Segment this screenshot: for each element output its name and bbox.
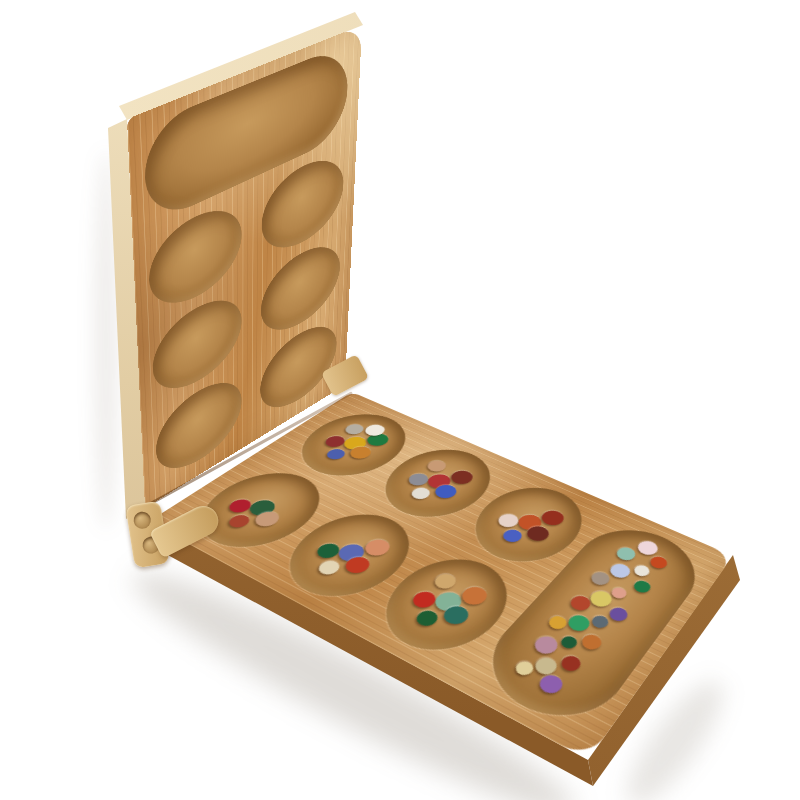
- hinge-pin: [132, 510, 151, 529]
- ground-shadow: [94, 150, 118, 530]
- stone: ●: [585, 585, 620, 611]
- stone: ●: [407, 483, 437, 502]
- stone: ●: [430, 479, 466, 502]
- stone: ●: [577, 628, 609, 653]
- stone: ●: [340, 420, 370, 437]
- stone: ●: [311, 537, 348, 562]
- stone: ●: [529, 629, 567, 658]
- stone: ●: [244, 493, 287, 519]
- stone: ●: [455, 579, 497, 609]
- stone: ●: [493, 509, 526, 531]
- stone: ●: [631, 560, 655, 578]
- stone: ●: [605, 558, 637, 582]
- stone: ●: [407, 585, 445, 612]
- stone: ●: [322, 444, 352, 462]
- stone: ●: [608, 584, 632, 602]
- stone: ●: [633, 535, 665, 558]
- flap-left-edge-face: [0, 0, 800, 800]
- stone: ●: [361, 428, 397, 449]
- stone: ●: [586, 567, 616, 589]
- stone: ●: [313, 555, 348, 578]
- stone: ●: [605, 602, 634, 625]
- stone: ●: [588, 610, 614, 631]
- stone: ●: [563, 609, 598, 636]
- stone: ●: [445, 465, 481, 488]
- stone: ●: [429, 583, 473, 615]
- stone: ●: [498, 524, 529, 545]
- stone: ●: [332, 536, 375, 565]
- stone: ●: [360, 420, 393, 439]
- stone: ●: [345, 441, 380, 462]
- flat-board-near-edge-face: [0, 0, 800, 800]
- stone: ●: [530, 651, 565, 679]
- stone: ●: [339, 550, 380, 577]
- stone: ●: [521, 520, 557, 545]
- stone: ●: [411, 604, 446, 630]
- stone: ●: [646, 551, 673, 571]
- stone: ●: [320, 431, 353, 450]
- stone: ●: [422, 468, 460, 492]
- stone: ●: [511, 656, 540, 679]
- product-photo-scene: ●●●●●●● ●●●●●● ●●●●● ●●●●●●●●●●●●●●●●●●●…: [0, 0, 800, 800]
- stone: ●: [403, 468, 436, 488]
- stone: ●: [339, 431, 377, 453]
- stone: ●: [422, 456, 453, 475]
- stone: ●: [566, 590, 598, 614]
- stone: ●: [557, 649, 588, 674]
- stone: ●: [224, 510, 258, 531]
- stone: ●: [428, 568, 463, 593]
- stone: ●: [629, 576, 655, 596]
- stone: ●: [437, 598, 478, 628]
- stone: ●: [513, 508, 551, 534]
- stone: ●: [223, 494, 260, 516]
- stone: ●: [536, 504, 572, 529]
- flap-top-edge-face: [0, 0, 800, 800]
- stone: ●: [358, 533, 399, 560]
- stone: ●: [612, 542, 642, 564]
- stone: ●: [557, 632, 583, 652]
- stone: ●: [545, 610, 574, 632]
- stone: ●: [533, 668, 570, 699]
- stone: ●: [249, 505, 289, 530]
- flat-board-end-edge-face: [0, 0, 800, 800]
